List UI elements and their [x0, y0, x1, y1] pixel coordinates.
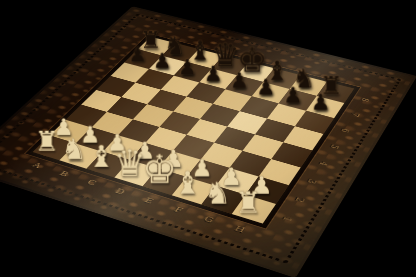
file-label-c: C: [72, 175, 109, 194]
rank-label-6: 6: [329, 123, 363, 139]
piece-white-rook-a1: ♜: [31, 128, 62, 155]
rank-label-7: 7: [339, 107, 373, 123]
carved-chess-board: ♜♞♝♛♚♝♞♜♟♟♟♟♟♟♟♟♟♟♟♟♟♟♟♟♜♞♝♛♚♝♞♜ ABCDEFG…: [0, 6, 416, 277]
chess-board-photo: ♜♞♝♛♚♝♞♜♟♟♟♟♟♟♟♟♟♟♟♟♟♟♟♟♜♞♝♛♚♝♞♜ ABCDEFG…: [0, 0, 416, 277]
piece-white-pawn-b2: ♟: [75, 124, 106, 147]
file-label-b: B: [44, 166, 81, 184]
carved-wooden-frame: ♜♞♝♛♚♝♞♜♟♟♟♟♟♟♟♟♟♟♟♟♟♟♟♟♜♞♝♛♚♝♞♜ ABCDEFG…: [0, 6, 416, 277]
rank-label-5: 5: [318, 139, 353, 156]
file-label-a: A: [17, 158, 53, 176]
rank-label-3: 3: [294, 172, 331, 190]
file-label-e: E: [129, 192, 167, 211]
rank-label-8: 8: [349, 93, 382, 108]
piece-black-rook-a8: ♜: [137, 28, 164, 52]
square-c1: ♝: [87, 152, 130, 178]
square-d5: [173, 97, 213, 119]
square-a1: ♜: [33, 136, 76, 161]
square-h3: [259, 159, 301, 185]
file-label-d: D: [100, 183, 137, 202]
rank-label-2: 2: [282, 191, 319, 210]
rank-label-4: 4: [306, 155, 342, 173]
square-h5: [283, 126, 323, 150]
rank-label-1: 1: [269, 209, 307, 229]
file-label-h: H: [219, 220, 258, 241]
file-label-f: F: [158, 202, 196, 222]
chess-grid: ♜♞♝♛♚♝♞♜♟♟♟♟♟♟♟♟♟♟♟♟♟♟♟♟♜♞♝♛♚♝♞♜: [33, 37, 354, 224]
file-label-g: G: [189, 211, 227, 231]
